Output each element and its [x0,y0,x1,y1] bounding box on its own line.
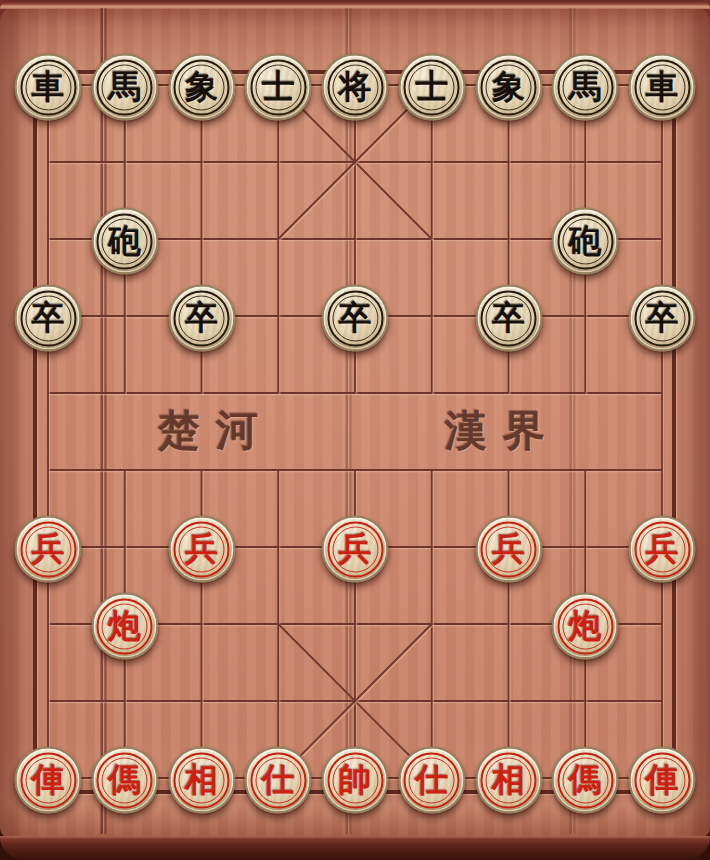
piece-black-soldier[interactable]: 卒 [629,285,696,352]
piece-glyph: 卒 [492,301,525,334]
piece-black-soldier[interactable]: 卒 [322,285,389,352]
piece-glyph: 帥 [339,763,372,796]
board-surface [0,6,710,838]
piece-red-cannon[interactable]: 炮 [91,593,158,660]
piece-black-general[interactable]: 将 [322,54,389,121]
piece-glyph: 卒 [32,301,65,334]
piece-glyph: 車 [646,70,679,103]
piece-glyph: 士 [415,70,448,103]
piece-red-soldier[interactable]: 兵 [168,516,235,583]
piece-black-elephant[interactable]: 象 [475,54,542,121]
piece-glyph: 兵 [339,532,372,565]
board-top-edge [0,0,710,9]
piece-black-chariot[interactable]: 車 [629,54,696,121]
piece-glyph: 砲 [569,224,602,257]
piece-glyph: 傌 [569,763,602,796]
piece-red-soldier[interactable]: 兵 [15,516,82,583]
piece-glyph: 砲 [108,224,141,257]
piece-red-chariot[interactable]: 俥 [15,747,82,814]
river-label-right: 漢界 [437,403,561,459]
piece-red-elephant[interactable]: 相 [475,747,542,814]
piece-glyph: 卒 [185,301,218,334]
piece-red-soldier[interactable]: 兵 [475,516,542,583]
piece-glyph: 馬 [569,70,602,103]
piece-black-soldier[interactable]: 卒 [475,285,542,352]
piece-glyph: 兵 [492,532,525,565]
piece-glyph: 炮 [569,609,602,642]
piece-black-advisor[interactable]: 士 [245,54,312,121]
piece-red-chariot[interactable]: 俥 [629,747,696,814]
piece-glyph: 炮 [108,609,141,642]
piece-black-advisor[interactable]: 士 [398,54,465,121]
piece-glyph: 象 [492,70,525,103]
piece-black-chariot[interactable]: 車 [15,54,82,121]
piece-black-soldier[interactable]: 卒 [15,285,82,352]
piece-glyph: 仕 [415,763,448,796]
piece-glyph: 将 [339,70,372,103]
piece-glyph: 相 [185,763,218,796]
piece-red-horse[interactable]: 傌 [91,747,158,814]
piece-glyph: 馬 [108,70,141,103]
piece-red-soldier[interactable]: 兵 [322,516,389,583]
piece-glyph: 象 [185,70,218,103]
piece-red-soldier[interactable]: 兵 [629,516,696,583]
piece-glyph: 兵 [185,532,218,565]
piece-red-horse[interactable]: 傌 [552,747,619,814]
piece-glyph: 兵 [646,532,679,565]
piece-black-cannon[interactable]: 砲 [552,208,619,275]
piece-red-general[interactable]: 帥 [322,747,389,814]
piece-black-elephant[interactable]: 象 [168,54,235,121]
piece-glyph: 傌 [108,763,141,796]
piece-red-advisor[interactable]: 仕 [245,747,312,814]
piece-black-horse[interactable]: 馬 [552,54,619,121]
piece-black-cannon[interactable]: 砲 [91,208,158,275]
piece-black-soldier[interactable]: 卒 [168,285,235,352]
piece-red-advisor[interactable]: 仕 [398,747,465,814]
piece-black-horse[interactable]: 馬 [91,54,158,121]
piece-glyph: 士 [262,70,295,103]
piece-red-cannon[interactable]: 炮 [552,593,619,660]
piece-glyph: 卒 [646,301,679,334]
piece-glyph: 兵 [32,532,65,565]
piece-glyph: 車 [32,70,65,103]
piece-glyph: 仕 [262,763,295,796]
piece-glyph: 俥 [32,763,65,796]
piece-red-elephant[interactable]: 相 [168,747,235,814]
board-bottom-edge [0,836,710,860]
xiangqi-board[interactable]: 楚河 漢界 車馬象士将士象馬車砲砲卒卒卒卒卒兵兵兵兵兵炮炮俥傌相仕帥仕相傌俥 [0,0,710,860]
river-label-left: 楚河 [150,403,274,459]
piece-glyph: 相 [492,763,525,796]
piece-glyph: 卒 [339,301,372,334]
piece-glyph: 俥 [646,763,679,796]
